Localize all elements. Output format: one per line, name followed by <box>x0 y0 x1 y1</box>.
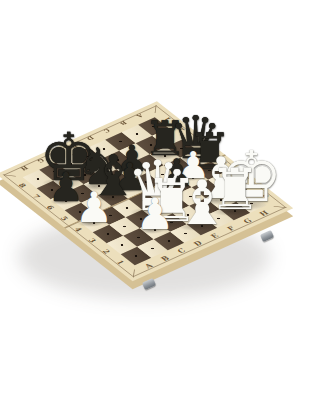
file-label-near-C: C <box>174 247 188 255</box>
frame-corner-tick <box>155 105 157 113</box>
rank-label-left-3: 3 <box>85 236 99 245</box>
rank-label-left-1: 1 <box>113 258 127 267</box>
file-label-near-E: E <box>207 232 221 240</box>
file-label-far-H: H <box>17 164 30 172</box>
piece-shadow <box>190 167 221 175</box>
file-label-far-A: A <box>133 112 146 120</box>
rank-label-right-8: 8 <box>259 192 272 200</box>
rank-label-right-5: 5 <box>217 159 230 167</box>
file-label-near-A: A <box>141 262 155 270</box>
file-label-far-B: B <box>116 119 129 127</box>
piece-shadow <box>161 183 185 189</box>
piece-shadow <box>50 198 75 204</box>
rank-label-left-2: 2 <box>99 247 113 256</box>
file-label-far-E: E <box>67 142 80 150</box>
file-label-far-F: F <box>50 149 63 157</box>
rank-label-right-3: 3 <box>189 137 202 145</box>
rank-label-right-4: 4 <box>203 148 216 156</box>
frame-corner-tick <box>133 269 135 277</box>
piece-shadow <box>79 182 111 190</box>
file-label-near-D: D <box>191 239 205 247</box>
rank-label-left-7: 7 <box>29 192 43 201</box>
file-label-near-B: B <box>158 254 172 262</box>
rank-label-right-6: 6 <box>231 170 244 178</box>
rank-label-right-2: 2 <box>175 126 188 134</box>
rank-label-left-5: 5 <box>57 214 71 223</box>
file-label-far-C: C <box>100 127 113 135</box>
file-label-far-G: G <box>34 157 47 165</box>
chess-set-photo: AHBGCFDEEDFCGBHA1827364554637281 ♜♛♜♟♟♚♟… <box>0 0 317 408</box>
metal-clasp-2 <box>260 230 274 242</box>
file-label-near-G: G <box>240 217 254 225</box>
rank-label-right-1: 1 <box>161 115 174 123</box>
piece-shadow <box>130 207 173 218</box>
frame-corner-tick <box>3 175 16 177</box>
piece-shadow <box>172 155 209 164</box>
rank-label-right-7: 7 <box>245 181 258 189</box>
file-label-near-H: H <box>257 209 271 217</box>
piece-shadow <box>146 153 176 161</box>
piece-shadow <box>138 227 165 234</box>
piece-shadow <box>114 187 138 193</box>
file-label-near-F: F <box>224 224 238 232</box>
piece-shadow <box>91 193 126 202</box>
file-label-far-D: D <box>83 134 96 142</box>
frame-corner-tick <box>274 206 287 208</box>
piece-shadow <box>77 220 103 227</box>
rank-label-left-8: 8 <box>15 181 29 190</box>
piece-shadow <box>212 207 247 216</box>
